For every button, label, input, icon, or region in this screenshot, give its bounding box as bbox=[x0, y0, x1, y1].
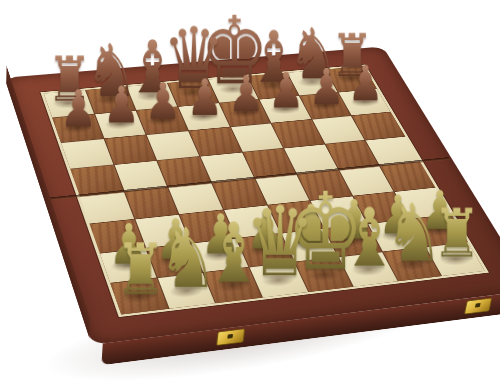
square-g7: ♟ bbox=[299, 92, 351, 119]
copper-pawn-glyph: ♟ bbox=[60, 83, 97, 134]
copper-pawn-glyph: ♟ bbox=[348, 59, 384, 108]
brass-clasp-icon bbox=[464, 297, 492, 314]
square-c7: ♟ bbox=[137, 106, 188, 134]
square-h7: ♟ bbox=[339, 88, 391, 115]
copper-pawn-glyph: ♟ bbox=[186, 72, 223, 122]
square-b7: ♟ bbox=[95, 110, 146, 138]
copper-pawn-glyph: ♟ bbox=[102, 79, 139, 130]
copper-pawn-glyph: ♟ bbox=[145, 76, 182, 126]
chess-box: ♜♞♝♛♚♝♞♜♟♟♟♟♟♟♟♟♟♟♟♟♟♟♟♟♜♞♝♛♚♝♞♜ bbox=[5, 46, 500, 344]
brass-rook-glyph: ♜ bbox=[114, 234, 166, 304]
brass-clasp-icon bbox=[216, 328, 245, 346]
scene-3d: ♜♞♝♛♚♝♞♜♟♟♟♟♟♟♟♟♟♟♟♟♟♟♟♟♜♞♝♛♚♝♞♜ bbox=[0, 0, 500, 381]
copper-pawn-glyph: ♟ bbox=[308, 62, 344, 111]
square-a6 bbox=[61, 139, 113, 168]
playfield: ♜♞♝♛♚♝♞♜♟♟♟♟♟♟♟♟♟♟♟♟♟♟♟♟♜♞♝♛♚♝♞♜ bbox=[40, 64, 489, 316]
square-a1: ♜ bbox=[111, 278, 169, 314]
copper-pawn-glyph: ♟ bbox=[268, 65, 304, 114]
square-a7: ♟ bbox=[52, 114, 103, 142]
copper-pawn-glyph: ♟ bbox=[227, 69, 264, 119]
photo-stage: ♜♞♝♛♚♝♞♜♟♟♟♟♟♟♟♟♟♟♟♟♟♟♟♟♜♞♝♛♚♝♞♜ bbox=[0, 0, 500, 381]
square-b1: ♞ bbox=[158, 273, 216, 309]
